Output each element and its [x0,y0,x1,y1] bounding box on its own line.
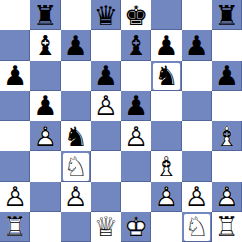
piece-white-pawn: ♟♙ [61,182,91,212]
chess-board-screenshot: ♜♛♚♜♝♟♝♟♟♟♟♞♟♟♟♙♟♟♙♞♟♙♝♗♞♘♝♗♟♙♟♙♟♙♟♙♟♙♜♖… [0,0,242,242]
square-b6[interactable] [30,61,60,91]
square-f4[interactable] [151,121,181,151]
square-a1[interactable]: ♜♖ [0,212,30,242]
square-g2[interactable]: ♟♙ [182,182,212,212]
square-e8[interactable]: ♚ [121,0,151,30]
square-f6[interactable]: ♞ [151,61,181,91]
square-a2[interactable]: ♟♙ [0,182,30,212]
piece-white-pawn: ♟♙ [91,91,121,121]
square-g3[interactable] [182,151,212,181]
square-f5[interactable] [151,91,181,121]
square-f8[interactable] [151,0,181,30]
piece-white-knight: ♞♘ [182,212,212,242]
square-g8[interactable] [182,0,212,30]
square-h8[interactable]: ♜ [212,0,242,30]
piece-white-king: ♚♔ [121,212,151,242]
piece-white-pawn: ♟♙ [30,121,60,151]
piece-black-pawn: ♟ [151,30,181,60]
square-b1[interactable] [30,212,60,242]
piece-white-queen: ♛♕ [91,212,121,242]
square-a7[interactable] [0,30,30,60]
square-f7[interactable]: ♟ [151,30,181,60]
square-d8[interactable]: ♛ [91,0,121,30]
square-h5[interactable] [212,91,242,121]
piece-white-pawn: ♟♙ [0,182,30,212]
piece-black-pawn: ♟ [121,91,151,121]
square-e1[interactable]: ♚♔ [121,212,151,242]
square-d4[interactable] [91,121,121,151]
square-g4[interactable] [182,121,212,151]
piece-black-pawn: ♟ [182,30,212,60]
square-c4[interactable]: ♞ [61,121,91,151]
square-c2[interactable]: ♟♙ [61,182,91,212]
square-a8[interactable] [0,0,30,30]
piece-white-knight: ♞♘ [61,151,91,181]
square-c3[interactable]: ♞♘ [61,151,91,181]
square-c8[interactable] [61,0,91,30]
piece-white-rook: ♜♖ [0,212,30,242]
square-h7[interactable] [212,30,242,60]
piece-black-rook: ♜ [212,0,242,30]
square-c6[interactable] [61,61,91,91]
square-e7[interactable]: ♝ [121,30,151,60]
square-h6[interactable]: ♟ [212,61,242,91]
square-b8[interactable]: ♜ [30,0,60,30]
square-f3[interactable]: ♝♗ [151,151,181,181]
square-h4[interactable]: ♝♗ [212,121,242,151]
piece-white-bishop: ♝♗ [151,151,181,181]
square-g5[interactable] [182,91,212,121]
square-d3[interactable] [91,151,121,181]
piece-white-rook: ♜♖ [212,212,242,242]
square-e2[interactable] [121,182,151,212]
square-b5[interactable]: ♟ [30,91,60,121]
piece-black-bishop: ♝ [30,30,60,60]
square-d6[interactable]: ♟ [91,61,121,91]
square-d7[interactable] [91,30,121,60]
square-f2[interactable]: ♟♙ [151,182,181,212]
square-c7[interactable]: ♟ [61,30,91,60]
piece-black-pawn: ♟ [212,61,242,91]
piece-white-pawn: ♟♙ [121,121,151,151]
piece-black-bishop: ♝ [121,30,151,60]
piece-black-rook: ♜ [30,0,60,30]
square-d2[interactable] [91,182,121,212]
piece-black-pawn: ♟ [30,91,60,121]
square-b7[interactable]: ♝ [30,30,60,60]
square-h3[interactable] [212,151,242,181]
piece-white-pawn: ♟♙ [182,182,212,212]
square-a6[interactable]: ♟ [0,61,30,91]
piece-black-queen: ♛ [91,0,121,30]
square-e6[interactable] [121,61,151,91]
square-f1[interactable] [151,212,181,242]
piece-black-pawn: ♟ [91,61,121,91]
piece-black-king: ♚ [121,0,151,30]
square-c1[interactable] [61,212,91,242]
square-e4[interactable]: ♟♙ [121,121,151,151]
square-g6[interactable] [182,61,212,91]
square-g1[interactable]: ♞♘ [182,212,212,242]
square-c5[interactable] [61,91,91,121]
piece-white-pawn: ♟♙ [212,182,242,212]
square-d1[interactable]: ♛♕ [91,212,121,242]
square-h2[interactable]: ♟♙ [212,182,242,212]
piece-black-pawn: ♟ [61,30,91,60]
piece-black-knight: ♞ [151,61,181,91]
square-a5[interactable] [0,91,30,121]
square-b4[interactable]: ♟♙ [30,121,60,151]
piece-white-pawn: ♟♙ [151,182,181,212]
square-e5[interactable]: ♟ [121,91,151,121]
square-d5[interactable]: ♟♙ [91,91,121,121]
square-b2[interactable] [30,182,60,212]
square-a4[interactable] [0,121,30,151]
square-e3[interactable] [121,151,151,181]
piece-white-bishop: ♝♗ [212,121,242,151]
square-g7[interactable]: ♟ [182,30,212,60]
chess-board: ♜♛♚♜♝♟♝♟♟♟♟♞♟♟♟♙♟♟♙♞♟♙♝♗♞♘♝♗♟♙♟♙♟♙♟♙♟♙♜♖… [0,0,242,242]
square-b3[interactable] [30,151,60,181]
piece-black-knight: ♞ [61,121,91,151]
piece-black-pawn: ♟ [0,61,30,91]
square-a3[interactable] [0,151,30,181]
square-h1[interactable]: ♜♖ [212,212,242,242]
